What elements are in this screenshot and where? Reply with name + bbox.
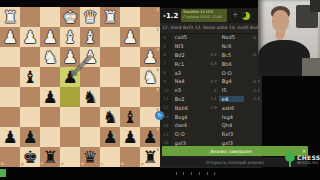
file-label: b [121, 162, 124, 166]
move-row-9: 9Na4-0.7Bg4-0.7 [160, 77, 262, 86]
square-c8[interactable]: c [100, 147, 120, 167]
sync-position-button[interactable]: ↻ [155, 111, 164, 120]
square-h1[interactable]: ♜ [0, 7, 20, 27]
square-g1[interactable] [20, 7, 40, 27]
white-pawn: ♟ [80, 47, 100, 67]
white-pawn: ♟ [140, 47, 160, 67]
white-move[interactable]: Na4 [172, 78, 198, 84]
file-label: f [41, 162, 43, 166]
white-move[interactable]: Nf3 [172, 43, 198, 49]
square-e3[interactable]: ♟ [60, 47, 80, 67]
black-move[interactable]: Nxd5 [219, 34, 245, 40]
file-label: e [61, 162, 64, 166]
timeline-tick [183, 172, 184, 175]
move-row-7: 7Rc1-0.5Bb60 [160, 59, 262, 68]
white-bishop: ♝ [60, 27, 80, 47]
secondary-banner-text: Открыть полный анализ [206, 160, 264, 165]
black-knight: ♞ [100, 107, 120, 127]
black-move[interactable]: f5 [219, 87, 245, 93]
white-knight: ♞ [40, 47, 60, 67]
file-label: g [21, 162, 24, 166]
square-h4[interactable] [0, 67, 20, 87]
white-move[interactable]: cxd5 [172, 34, 198, 40]
square-c5[interactable] [100, 87, 120, 107]
black-move[interactable]: fxg4 [219, 114, 245, 120]
file-label: h [1, 162, 4, 166]
chesswood-logo[interactable]: CHESS WOOD.RU [285, 152, 320, 168]
square-a3[interactable]: ♟3 [140, 47, 160, 67]
white-move[interactable]: dxe4 [172, 122, 198, 128]
square-h3[interactable] [0, 47, 20, 67]
timeline-tick [207, 172, 208, 175]
square-b4[interactable] [120, 67, 140, 87]
square-h5[interactable] [0, 87, 20, 107]
black-move[interactable]: O-O [219, 70, 245, 76]
stream-frame: ♜♚♛♜1♟♟♟♝♝♟2♞♟♟♟3♝♟♞4♟♞5♞♝6♟♟♟♟♟7h♚g♜fe♛… [0, 0, 320, 180]
black-rook: ♜ [140, 147, 160, 167]
square-d6[interactable] [80, 107, 100, 127]
black-queen: ♛ [80, 147, 100, 167]
bottom-bar [0, 168, 320, 180]
current-move[interactable]: e4 [219, 96, 245, 102]
white-queen: ♛ [80, 7, 100, 27]
square-b1[interactable] [120, 7, 140, 27]
square-e4[interactable]: ♟ [60, 67, 80, 87]
tree-icon [285, 152, 295, 168]
black-pawn: ♟ [0, 127, 20, 147]
square-e1[interactable]: ♚ [60, 7, 80, 27]
square-c6[interactable]: ♞ [100, 107, 120, 127]
white-knight: ♞ [140, 67, 160, 87]
dark-mode-moon-icon[interactable] [242, 12, 250, 20]
square-f4[interactable] [40, 67, 60, 87]
move-number: 4 [160, 33, 172, 42]
engine-toolbar: -1.2 Stockfish 15 HCE Глубина 20/50, 174… [160, 8, 262, 23]
white-move[interactable]: Bd2 [172, 52, 198, 58]
square-g4[interactable]: ♝ [20, 67, 40, 87]
square-f3[interactable]: ♞ [40, 47, 60, 67]
rank-label: 8 [156, 148, 159, 152]
black-king: ♚ [20, 147, 40, 167]
black-move[interactable]: Rxf3 [219, 131, 245, 137]
move-row-12: 12Nxb6-1.9axb6 [160, 103, 262, 112]
webcam-view [258, 0, 320, 76]
white-eval: -1.1 [198, 96, 219, 101]
white-move[interactable]: e3 [172, 87, 198, 93]
black-eval: -1.1 [244, 88, 262, 93]
black-eval: -0.7 [244, 79, 262, 84]
move-number: 9 [160, 77, 172, 86]
background-furniture-2 [310, 0, 320, 12]
square-h8[interactable]: h [0, 147, 20, 167]
move-row-14: 14dxe4Qh4 [160, 121, 262, 130]
rank-label: 5 [156, 88, 159, 92]
square-a2[interactable]: 2 [140, 27, 160, 47]
file-label: d [81, 162, 84, 166]
square-a1[interactable]: 1 [140, 7, 160, 27]
black-pawn: ♟ [140, 127, 160, 147]
white-move[interactable]: Nxb6 [172, 105, 198, 111]
timeline-tick [199, 172, 200, 175]
square-c1[interactable]: ♜ [100, 7, 120, 27]
square-c2[interactable] [100, 27, 120, 47]
black-bishop: ♝ [20, 67, 40, 87]
square-a5[interactable]: 5 [140, 87, 160, 107]
white-king: ♚ [60, 7, 80, 27]
move-number: 8 [160, 68, 172, 77]
white-move[interactable]: Rc1 [172, 61, 198, 67]
square-g7[interactable]: ♟ [20, 127, 40, 147]
square-d3[interactable]: ♟ [80, 47, 100, 67]
white-pawn: ♟ [120, 27, 140, 47]
black-move[interactable]: Bg4 [219, 78, 245, 84]
logo-line2: WOOD.RU [297, 161, 320, 166]
rank-label: 2 [156, 28, 159, 32]
streamer-hand [274, 25, 286, 41]
white-pawn: ♟ [0, 27, 20, 47]
square-g2[interactable]: ♟ [20, 27, 40, 47]
move-number: 6 [160, 51, 172, 60]
black-pawn: ♟ [100, 127, 120, 147]
white-rook: ♜ [0, 7, 20, 27]
file-label: c [101, 162, 103, 166]
move-number: 5 [160, 42, 172, 51]
move-number: 10 [160, 86, 172, 95]
black-bishop: ♝ [120, 107, 140, 127]
square-e2[interactable]: ♝ [60, 27, 80, 47]
notification-text: Анализ завершен [162, 149, 300, 154]
chess-board[interactable]: ♜♚♛♜1♟♟♟♝♝♟2♞♟♟♟3♝♟♞4♟♞5♞♝6♟♟♟♟♟7h♚g♜fe♛… [0, 7, 160, 167]
black-pawn: ♟ [40, 87, 60, 107]
evaluation-score: -1.2 [163, 12, 178, 20]
timeline-tick [214, 172, 215, 175]
white-eval: -1.9 [198, 105, 219, 110]
add-engine-button[interactable]: + [232, 12, 238, 19]
square-b8[interactable]: b [120, 147, 140, 167]
black-move[interactable]: Bc5 [219, 52, 245, 58]
white-rook: ♜ [100, 7, 120, 27]
black-move[interactable]: axb6 [219, 105, 245, 111]
black-eval: -1.2 [244, 96, 262, 101]
rank-label: 7 [156, 128, 159, 132]
square-f6[interactable] [40, 107, 60, 127]
move-row-11: 11Be2-1.1e4-1.2 [160, 95, 262, 104]
square-f7[interactable] [40, 127, 60, 147]
white-move[interactable]: O-O [172, 131, 198, 137]
black-rook: ♜ [40, 147, 60, 167]
square-c4[interactable] [100, 67, 120, 87]
square-b3[interactable] [120, 47, 140, 67]
white-eval: -0.7 [198, 79, 219, 84]
square-d1[interactable]: ♛ [80, 7, 100, 27]
black-knight: ♞ [80, 87, 100, 107]
move-row-10: 10e3-1f5-1.1 [160, 86, 262, 95]
move-number: 14 [160, 121, 172, 130]
timeline-tick [176, 172, 177, 175]
square-b6[interactable]: ♝ [120, 107, 140, 127]
engine-depth: Глубина 20/50, 174M [183, 15, 225, 20]
move-row-4: 4cxd5Nxd5-0.1 [160, 33, 262, 42]
rank-label: 1 [156, 8, 159, 12]
square-h7[interactable]: ♟ [0, 127, 20, 147]
square-f8[interactable]: ♜f [40, 147, 60, 167]
square-e7[interactable] [60, 127, 80, 147]
square-b7[interactable]: ♟ [120, 127, 140, 147]
black-move[interactable]: Bb6 [219, 61, 245, 67]
rank-label: 3 [156, 48, 159, 52]
square-c7[interactable]: ♟ [100, 127, 120, 147]
square-c3[interactable] [100, 47, 120, 67]
square-d2[interactable]: ♝ [80, 27, 100, 47]
square-d4[interactable] [80, 67, 100, 87]
white-eval: -0.1 [198, 52, 219, 57]
square-h6[interactable] [0, 107, 20, 127]
timeline-tick [191, 172, 192, 175]
bottom-bar-chip [0, 169, 6, 177]
white-move[interactable]: a3 [172, 70, 198, 76]
file-label: a [141, 162, 144, 166]
move-number: 11 [160, 95, 172, 104]
black-pawn: ♟ [20, 127, 40, 147]
analysis-panel: -1.2 Stockfish 15 HCE Глубина 20/50, 174… [160, 8, 262, 168]
white-bishop: ♝ [80, 27, 100, 47]
square-e8[interactable]: e [60, 147, 80, 167]
square-h2[interactable]: ♟ [0, 27, 20, 47]
square-g3[interactable] [20, 47, 40, 67]
square-e6[interactable] [60, 107, 80, 127]
move-row-8: 8a3O-O [160, 68, 262, 77]
square-d8[interactable]: ♛d [80, 147, 100, 167]
move-row-13: 13Bxg4fxg4 [160, 112, 262, 121]
square-g5[interactable] [20, 87, 40, 107]
white-pawn: ♟ [20, 27, 40, 47]
square-a7[interactable]: ♟7 [140, 127, 160, 147]
white-move[interactable]: Bxg4 [172, 114, 198, 120]
square-a8[interactable]: ♜8a [140, 147, 160, 167]
move-row-6: 6Bd2-0.1Bc5-0.1 [160, 51, 262, 60]
square-d5[interactable]: ♞ [80, 87, 100, 107]
move-number: 15 [160, 130, 172, 139]
black-move[interactable]: Nc6 [219, 43, 245, 49]
square-g8[interactable]: ♚g [20, 147, 40, 167]
move-number: 7 [160, 59, 172, 68]
rank-label: 4 [156, 68, 159, 72]
desk-edge [302, 58, 320, 76]
square-b2[interactable]: ♟ [120, 27, 140, 47]
square-f1[interactable] [40, 7, 60, 27]
square-f5[interactable]: ♟ [40, 87, 60, 107]
square-f2[interactable]: ♟ [40, 27, 60, 47]
square-d7[interactable] [80, 127, 100, 147]
square-b5[interactable] [120, 87, 140, 107]
black-move[interactable]: Qh4 [219, 122, 245, 128]
move-row-5: 5Nf3Nc6 [160, 42, 262, 51]
white-pawn: ♟ [40, 27, 60, 47]
square-e5[interactable] [60, 87, 80, 107]
engine-selector[interactable]: Stockfish 15 HCE Глубина 20/50, 174M [181, 9, 227, 22]
white-eval: -1 [198, 88, 219, 93]
white-pawn: ♟ [60, 47, 80, 67]
move-row-15: 15O-ORxf3 [160, 130, 262, 139]
square-a4[interactable]: ♞4 [140, 67, 160, 87]
black-pawn: ♟ [120, 127, 140, 147]
square-g6[interactable] [20, 107, 40, 127]
white-move[interactable]: Be2 [172, 96, 198, 102]
black-pawn: ♟ [60, 67, 80, 87]
white-eval: -0.5 [198, 61, 219, 66]
